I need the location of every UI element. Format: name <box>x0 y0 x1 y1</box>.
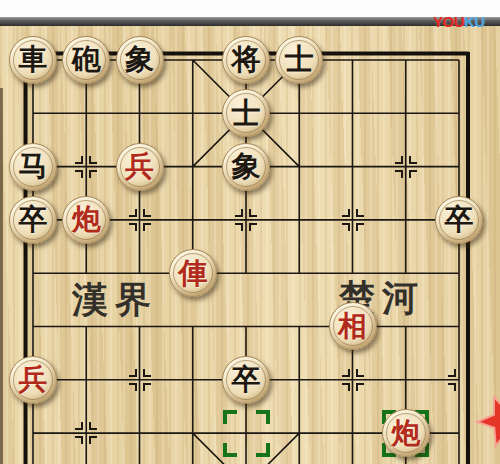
piece-glyph: 炮 <box>391 419 420 448</box>
point-marker <box>342 209 364 231</box>
marker-corner <box>342 369 350 377</box>
marker-corner <box>356 223 364 231</box>
watermark-you: YOU <box>433 13 464 30</box>
marker-corner <box>129 209 137 217</box>
point-marker <box>75 422 97 444</box>
piece-red-cannon[interactable]: 炮 <box>62 196 110 244</box>
piece-red-elephant[interactable]: 相 <box>329 302 377 350</box>
marker-corner <box>356 383 364 391</box>
piece-black-soldier[interactable]: 卒 <box>9 196 57 244</box>
marker-corner <box>409 156 417 164</box>
marker-corner <box>129 223 137 231</box>
marker-corner <box>89 170 97 178</box>
piece-glyph: 卒 <box>19 205 48 234</box>
piece-glyph: 車 <box>19 45 48 74</box>
last-move-from-marker <box>223 410 270 457</box>
board-left-shadow-edge <box>0 88 3 464</box>
marker-corner <box>75 436 83 444</box>
piece-glyph: 卒 <box>445 205 474 234</box>
piece-black-elephant[interactable]: 象 <box>222 143 270 191</box>
piece-glyph: 象 <box>125 45 154 74</box>
point-marker <box>395 156 417 178</box>
piece-glyph: 兵 <box>125 152 154 181</box>
point-marker <box>129 209 151 231</box>
watermark-ku: KU <box>464 13 485 30</box>
marker-corner <box>395 170 403 178</box>
marker-corner <box>75 156 83 164</box>
marker-corner <box>89 156 97 164</box>
marker-corner <box>249 223 257 231</box>
marker-corner <box>342 223 350 231</box>
marker-corner <box>223 410 237 424</box>
piece-black-advisor[interactable]: 士 <box>222 89 270 137</box>
piece-glyph: 卒 <box>232 365 261 394</box>
piece-glyph: 象 <box>232 152 261 181</box>
piece-black-cannon[interactable]: 砲 <box>62 36 110 84</box>
xiangqi-app-frame: 漢界 楚河 車砲象将士士马兵象卒炮卒俥相兵卒炮 YOUKU <box>0 0 500 464</box>
piece-red-chariot[interactable]: 俥 <box>169 249 217 297</box>
marker-corner <box>143 209 151 217</box>
piece-red-soldier[interactable]: 兵 <box>116 143 164 191</box>
marker-corner <box>235 209 243 217</box>
point-marker <box>342 369 364 391</box>
piece-glyph: 马 <box>19 152 48 181</box>
marker-corner <box>75 170 83 178</box>
point-marker <box>235 209 257 231</box>
marker-corner <box>256 410 270 424</box>
piece-black-chariot[interactable]: 車 <box>9 36 57 84</box>
youku-watermark: YOUKU <box>433 13 485 30</box>
marker-corner <box>89 436 97 444</box>
marker-corner <box>143 383 151 391</box>
point-marker <box>448 369 470 391</box>
marker-corner <box>143 223 151 231</box>
piece-glyph: 俥 <box>178 259 207 288</box>
piece-glyph: 炮 <box>72 205 101 234</box>
marker-corner <box>342 383 350 391</box>
piece-black-advisor[interactable]: 士 <box>275 36 323 84</box>
marker-corner <box>448 383 456 391</box>
marker-corner <box>256 443 270 457</box>
piece-glyph: 将 <box>232 45 261 74</box>
piece-black-elephant[interactable]: 象 <box>116 36 164 84</box>
piece-glyph: 士 <box>285 45 314 74</box>
marker-corner <box>235 223 243 231</box>
point-marker <box>75 156 97 178</box>
marker-corner <box>409 170 417 178</box>
marker-corner <box>75 422 83 430</box>
xiangqi-board[interactable]: 車砲象将士士马兵象卒炮卒俥相兵卒炮 <box>6 33 485 459</box>
piece-black-soldier[interactable]: 卒 <box>222 356 270 404</box>
piece-black-horse[interactable]: 马 <box>9 143 57 191</box>
marker-corner <box>143 369 151 377</box>
marker-corner <box>448 369 456 377</box>
piece-black-soldier[interactable]: 卒 <box>435 196 483 244</box>
piece-glyph: 兵 <box>19 365 48 394</box>
marker-corner <box>223 443 237 457</box>
marker-corner <box>249 209 257 217</box>
marker-corner <box>356 369 364 377</box>
piece-red-cannon[interactable]: 炮 <box>382 409 430 457</box>
point-marker <box>129 369 151 391</box>
marker-corner <box>129 383 137 391</box>
piece-red-soldier[interactable]: 兵 <box>9 356 57 404</box>
marker-corner <box>395 156 403 164</box>
marker-corner <box>356 209 364 217</box>
piece-glyph: 士 <box>232 99 261 128</box>
piece-glyph: 砲 <box>72 45 101 74</box>
piece-glyph: 相 <box>338 312 367 341</box>
marker-corner <box>342 209 350 217</box>
marker-corner <box>89 422 97 430</box>
piece-black-general[interactable]: 将 <box>222 36 270 84</box>
marker-corner <box>129 369 137 377</box>
